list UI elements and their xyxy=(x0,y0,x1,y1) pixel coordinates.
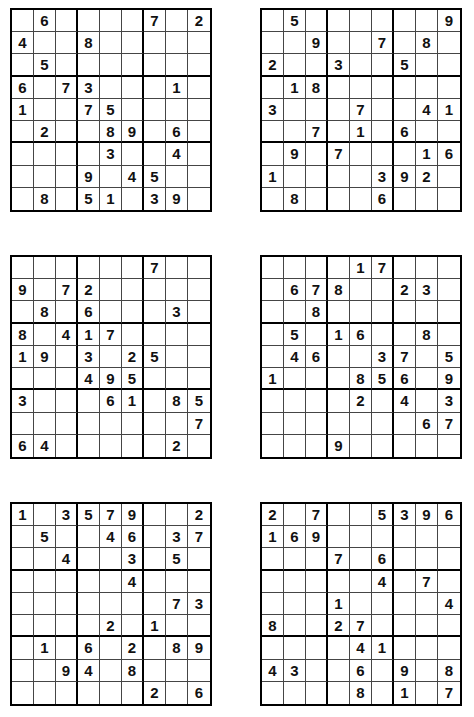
empty-cell-r9c3[interactable] xyxy=(56,435,78,457)
empty-cell-r8c9[interactable] xyxy=(438,166,460,188)
empty-cell-r9c8[interactable] xyxy=(166,682,188,704)
empty-cell-r6c1[interactable] xyxy=(12,615,34,637)
empty-cell-r1c5[interactable] xyxy=(100,10,122,32)
empty-cell-r1c1[interactable] xyxy=(262,257,284,279)
empty-cell-r4c6[interactable] xyxy=(122,324,144,346)
empty-cell-r6c1[interactable] xyxy=(262,121,284,143)
empty-cell-r4c9[interactable] xyxy=(438,571,460,593)
empty-cell-r3c5[interactable] xyxy=(100,301,122,323)
empty-cell-r6c4[interactable] xyxy=(328,121,350,143)
empty-cell-r9c4[interactable] xyxy=(78,682,100,704)
empty-cell-r3c3[interactable] xyxy=(306,548,328,570)
empty-cell-r5c5[interactable] xyxy=(100,593,122,615)
empty-cell-r4c8[interactable] xyxy=(416,77,438,99)
empty-cell-r9c7[interactable] xyxy=(144,435,166,457)
empty-cell-r7c9[interactable] xyxy=(188,143,210,165)
empty-cell-r2c6[interactable] xyxy=(372,279,394,301)
empty-cell-r6c7[interactable] xyxy=(394,615,416,637)
empty-cell-r2c7[interactable] xyxy=(144,526,166,548)
empty-cell-r3c2[interactable] xyxy=(284,54,306,76)
empty-cell-r4c5[interactable] xyxy=(350,77,372,99)
empty-cell-r7c1[interactable] xyxy=(262,143,284,165)
empty-cell-r8c8[interactable] xyxy=(166,413,188,435)
empty-cell-r1c1[interactable] xyxy=(12,257,34,279)
empty-cell-r3c2[interactable] xyxy=(284,301,306,323)
empty-cell-r6c7[interactable] xyxy=(144,368,166,390)
empty-cell-r2c2[interactable] xyxy=(34,32,56,54)
empty-cell-r5c7[interactable] xyxy=(394,593,416,615)
empty-cell-r2c1[interactable] xyxy=(262,32,284,54)
empty-cell-r4c2[interactable] xyxy=(34,571,56,593)
empty-cell-r8c2[interactable] xyxy=(34,166,56,188)
empty-cell-r4c6[interactable] xyxy=(372,77,394,99)
empty-cell-r7c7[interactable] xyxy=(144,637,166,659)
empty-cell-r9c9[interactable] xyxy=(438,188,460,210)
empty-cell-r9c8[interactable] xyxy=(416,682,438,704)
empty-cell-r7c7[interactable] xyxy=(144,143,166,165)
empty-cell-r5c3[interactable] xyxy=(306,99,328,121)
empty-cell-r2c7[interactable] xyxy=(144,32,166,54)
empty-cell-r8c5[interactable] xyxy=(100,660,122,682)
empty-cell-r5c8[interactable] xyxy=(166,346,188,368)
empty-cell-r9c1[interactable] xyxy=(12,682,34,704)
empty-cell-r5c1[interactable] xyxy=(262,346,284,368)
empty-cell-r1c1[interactable] xyxy=(262,10,284,32)
empty-cell-r4c9[interactable] xyxy=(188,571,210,593)
empty-cell-r4c3[interactable] xyxy=(56,571,78,593)
empty-cell-r7c7[interactable] xyxy=(144,390,166,412)
empty-cell-r4c2[interactable] xyxy=(34,324,56,346)
empty-cell-r6c9[interactable] xyxy=(188,368,210,390)
empty-cell-r1c8[interactable] xyxy=(416,257,438,279)
empty-cell-r3c2[interactable] xyxy=(284,548,306,570)
empty-cell-r3c5[interactable] xyxy=(350,548,372,570)
empty-cell-r2c2[interactable] xyxy=(284,32,306,54)
empty-cell-r3c5[interactable] xyxy=(350,301,372,323)
empty-cell-r5c4[interactable] xyxy=(328,346,350,368)
empty-cell-r1c9[interactable] xyxy=(438,257,460,279)
empty-cell-r4c1[interactable] xyxy=(262,324,284,346)
empty-cell-r1c8[interactable] xyxy=(166,10,188,32)
empty-cell-r6c2[interactable] xyxy=(284,368,306,390)
empty-cell-r3c6[interactable] xyxy=(372,301,394,323)
empty-cell-r1c2[interactable] xyxy=(34,257,56,279)
empty-cell-r3c7[interactable] xyxy=(144,548,166,570)
empty-cell-r3c4[interactable] xyxy=(78,548,100,570)
empty-cell-r9c5[interactable] xyxy=(100,682,122,704)
empty-cell-r1c4[interactable] xyxy=(328,504,350,526)
empty-cell-r4c7[interactable] xyxy=(144,571,166,593)
empty-cell-r4c3[interactable] xyxy=(306,324,328,346)
empty-cell-r3c3[interactable] xyxy=(56,54,78,76)
empty-cell-r1c3[interactable] xyxy=(306,257,328,279)
empty-cell-r2c5[interactable] xyxy=(100,279,122,301)
empty-cell-r5c6[interactable] xyxy=(372,593,394,615)
empty-cell-r4c3[interactable] xyxy=(306,571,328,593)
empty-cell-r7c8[interactable] xyxy=(416,637,438,659)
empty-cell-r6c8[interactable] xyxy=(416,615,438,637)
empty-cell-r9c6[interactable] xyxy=(122,188,144,210)
empty-cell-r2c7[interactable] xyxy=(394,32,416,54)
empty-cell-r3c9[interactable] xyxy=(438,54,460,76)
empty-cell-r4c2[interactable] xyxy=(34,77,56,99)
empty-cell-r8c2[interactable] xyxy=(284,413,306,435)
empty-cell-r2c8[interactable] xyxy=(416,526,438,548)
empty-cell-r3c1[interactable] xyxy=(12,548,34,570)
empty-cell-r3c9[interactable] xyxy=(438,301,460,323)
empty-cell-r3c9[interactable] xyxy=(188,301,210,323)
empty-cell-r3c4[interactable] xyxy=(328,301,350,323)
empty-cell-r8c4[interactable] xyxy=(328,166,350,188)
empty-cell-r3c7[interactable] xyxy=(394,301,416,323)
empty-cell-r3c6[interactable] xyxy=(122,301,144,323)
empty-cell-r9c6[interactable] xyxy=(372,435,394,457)
empty-cell-r2c9[interactable] xyxy=(188,279,210,301)
empty-cell-r7c4[interactable] xyxy=(328,637,350,659)
empty-cell-r5c5[interactable] xyxy=(100,346,122,368)
empty-cell-r1c4[interactable] xyxy=(78,10,100,32)
empty-cell-r4c9[interactable] xyxy=(438,324,460,346)
empty-cell-r7c1[interactable] xyxy=(262,637,284,659)
empty-cell-r9c1[interactable] xyxy=(12,188,34,210)
empty-cell-r9c9[interactable] xyxy=(438,435,460,457)
empty-cell-r1c2[interactable] xyxy=(284,504,306,526)
empty-cell-r6c1[interactable] xyxy=(12,121,34,143)
empty-cell-r7c9[interactable] xyxy=(438,637,460,659)
empty-cell-r9c6[interactable] xyxy=(372,682,394,704)
empty-cell-r3c1[interactable] xyxy=(262,301,284,323)
empty-cell-r7c5[interactable] xyxy=(350,143,372,165)
empty-cell-r7c4[interactable] xyxy=(328,390,350,412)
empty-cell-r1c6[interactable] xyxy=(122,10,144,32)
empty-cell-r3c7[interactable] xyxy=(394,548,416,570)
empty-cell-r7c7[interactable] xyxy=(394,143,416,165)
empty-cell-r6c7[interactable] xyxy=(144,121,166,143)
empty-cell-r8c3[interactable] xyxy=(56,413,78,435)
empty-cell-r6c9[interactable] xyxy=(438,121,460,143)
empty-cell-r2c7[interactable] xyxy=(144,279,166,301)
empty-cell-r5c7[interactable] xyxy=(394,99,416,121)
empty-cell-r9c3[interactable] xyxy=(306,435,328,457)
empty-cell-r9c1[interactable] xyxy=(262,682,284,704)
empty-cell-r7c1[interactable] xyxy=(12,637,34,659)
empty-cell-r2c6[interactable] xyxy=(372,526,394,548)
empty-cell-r7c6[interactable] xyxy=(122,143,144,165)
empty-cell-r7c3[interactable] xyxy=(56,637,78,659)
empty-cell-r1c9[interactable] xyxy=(188,257,210,279)
empty-cell-r5c6[interactable] xyxy=(122,593,144,615)
empty-cell-r2c4[interactable] xyxy=(328,32,350,54)
empty-cell-r3c7[interactable] xyxy=(144,54,166,76)
empty-cell-r8c9[interactable] xyxy=(188,166,210,188)
empty-cell-r8c5[interactable] xyxy=(100,413,122,435)
empty-cell-r1c8[interactable] xyxy=(166,257,188,279)
empty-cell-r5c4[interactable] xyxy=(328,99,350,121)
empty-cell-r7c3[interactable] xyxy=(306,143,328,165)
empty-cell-r3c2[interactable] xyxy=(34,548,56,570)
empty-cell-r8c5[interactable] xyxy=(350,166,372,188)
empty-cell-r8c2[interactable] xyxy=(34,660,56,682)
empty-cell-r9c7[interactable] xyxy=(394,435,416,457)
empty-cell-r7c6[interactable] xyxy=(372,390,394,412)
empty-cell-r5c5[interactable] xyxy=(350,346,372,368)
empty-cell-r8c4[interactable] xyxy=(78,413,100,435)
empty-cell-r4c7[interactable] xyxy=(394,77,416,99)
empty-cell-r5c9[interactable] xyxy=(188,99,210,121)
empty-cell-r1c2[interactable] xyxy=(34,504,56,526)
empty-cell-r8c4[interactable] xyxy=(328,660,350,682)
empty-cell-r6c4[interactable] xyxy=(328,368,350,390)
empty-cell-r1c7[interactable] xyxy=(394,257,416,279)
empty-cell-r8c6[interactable] xyxy=(122,413,144,435)
empty-cell-r3c1[interactable] xyxy=(262,548,284,570)
empty-cell-r8c5[interactable] xyxy=(350,413,372,435)
empty-cell-r9c9[interactable] xyxy=(188,188,210,210)
empty-cell-r6c6[interactable] xyxy=(122,615,144,637)
empty-cell-r6c2[interactable] xyxy=(284,121,306,143)
empty-cell-r6c3[interactable] xyxy=(306,615,328,637)
empty-cell-r1c4[interactable] xyxy=(328,257,350,279)
empty-cell-r2c8[interactable] xyxy=(166,32,188,54)
empty-cell-r5c2[interactable] xyxy=(34,99,56,121)
empty-cell-r2c1[interactable] xyxy=(12,526,34,548)
empty-cell-r5c7[interactable] xyxy=(144,593,166,615)
empty-cell-r4c7[interactable] xyxy=(144,324,166,346)
empty-cell-r6c4[interactable] xyxy=(78,121,100,143)
empty-cell-r5c3[interactable] xyxy=(56,346,78,368)
empty-cell-r5c8[interactable] xyxy=(416,346,438,368)
empty-cell-r8c2[interactable] xyxy=(34,413,56,435)
empty-cell-r3c3[interactable] xyxy=(306,54,328,76)
empty-cell-r2c4[interactable] xyxy=(328,526,350,548)
empty-cell-r6c8[interactable] xyxy=(166,368,188,390)
empty-cell-r2c6[interactable] xyxy=(122,32,144,54)
empty-cell-r6c3[interactable] xyxy=(306,368,328,390)
empty-cell-r9c3[interactable] xyxy=(56,682,78,704)
empty-cell-r9c6[interactable] xyxy=(122,435,144,457)
empty-cell-r3c9[interactable] xyxy=(188,54,210,76)
empty-cell-r3c9[interactable] xyxy=(188,548,210,570)
empty-cell-r1c4[interactable] xyxy=(328,10,350,32)
empty-cell-r6c2[interactable] xyxy=(284,615,306,637)
empty-cell-r3c7[interactable] xyxy=(144,301,166,323)
empty-cell-r6c9[interactable] xyxy=(438,615,460,637)
empty-cell-r5c3[interactable] xyxy=(56,593,78,615)
empty-cell-r3c1[interactable] xyxy=(12,301,34,323)
empty-cell-r6c9[interactable] xyxy=(188,121,210,143)
empty-cell-r4c8[interactable] xyxy=(166,571,188,593)
empty-cell-r9c3[interactable] xyxy=(56,188,78,210)
empty-cell-r6c8[interactable] xyxy=(416,121,438,143)
empty-cell-r8c2[interactable] xyxy=(284,166,306,188)
empty-cell-r2c9[interactable] xyxy=(438,279,460,301)
empty-cell-r7c2[interactable] xyxy=(284,390,306,412)
empty-cell-r5c2[interactable] xyxy=(284,593,306,615)
empty-cell-r8c3[interactable] xyxy=(56,166,78,188)
empty-cell-r4c1[interactable] xyxy=(262,571,284,593)
empty-cell-r4c7[interactable] xyxy=(144,77,166,99)
empty-cell-r7c8[interactable] xyxy=(416,390,438,412)
empty-cell-r8c8[interactable] xyxy=(166,660,188,682)
empty-cell-r7c2[interactable] xyxy=(34,143,56,165)
empty-cell-r8c1[interactable] xyxy=(12,660,34,682)
empty-cell-r7c3[interactable] xyxy=(56,390,78,412)
empty-cell-r9c4[interactable] xyxy=(78,435,100,457)
empty-cell-r1c3[interactable] xyxy=(56,10,78,32)
empty-cell-r1c4[interactable] xyxy=(78,257,100,279)
empty-cell-r8c1[interactable] xyxy=(262,413,284,435)
empty-cell-r4c1[interactable] xyxy=(262,77,284,99)
empty-cell-r8c9[interactable] xyxy=(188,660,210,682)
empty-cell-r8c3[interactable] xyxy=(306,660,328,682)
empty-cell-r3c3[interactable] xyxy=(56,301,78,323)
empty-cell-r6c3[interactable] xyxy=(56,368,78,390)
empty-cell-r8c8[interactable] xyxy=(416,660,438,682)
empty-cell-r4c6[interactable] xyxy=(122,77,144,99)
empty-cell-r8c3[interactable] xyxy=(306,166,328,188)
empty-cell-r5c8[interactable] xyxy=(416,593,438,615)
empty-cell-r5c8[interactable] xyxy=(166,99,188,121)
empty-cell-r2c7[interactable] xyxy=(394,526,416,548)
empty-cell-r9c6[interactable] xyxy=(122,682,144,704)
empty-cell-r4c6[interactable] xyxy=(372,324,394,346)
empty-cell-r4c7[interactable] xyxy=(394,324,416,346)
empty-cell-r3c5[interactable] xyxy=(100,548,122,570)
empty-cell-r4c1[interactable] xyxy=(12,571,34,593)
empty-cell-r6c9[interactable] xyxy=(188,615,210,637)
empty-cell-r8c1[interactable] xyxy=(12,166,34,188)
empty-cell-r2c8[interactable] xyxy=(166,279,188,301)
empty-cell-r8c3[interactable] xyxy=(306,413,328,435)
empty-cell-r7c1[interactable] xyxy=(262,390,284,412)
empty-cell-r9c5[interactable] xyxy=(350,435,372,457)
empty-cell-r3c8[interactable] xyxy=(416,54,438,76)
empty-cell-r3c6[interactable] xyxy=(122,54,144,76)
empty-cell-r1c5[interactable] xyxy=(350,504,372,526)
empty-cell-r3c9[interactable] xyxy=(438,548,460,570)
empty-cell-r4c9[interactable] xyxy=(188,324,210,346)
empty-cell-r1c2[interactable] xyxy=(284,257,306,279)
empty-cell-r7c3[interactable] xyxy=(306,637,328,659)
empty-cell-r6c2[interactable] xyxy=(34,368,56,390)
empty-cell-r2c5[interactable] xyxy=(350,32,372,54)
empty-cell-r8c5[interactable] xyxy=(100,166,122,188)
empty-cell-r9c2[interactable] xyxy=(34,682,56,704)
empty-cell-r1c1[interactable] xyxy=(12,10,34,32)
empty-cell-r4c5[interactable] xyxy=(100,77,122,99)
empty-cell-r7c7[interactable] xyxy=(394,637,416,659)
empty-cell-r8c1[interactable] xyxy=(12,413,34,435)
empty-cell-r5c2[interactable] xyxy=(34,593,56,615)
empty-cell-r8c7[interactable] xyxy=(394,413,416,435)
empty-cell-r2c5[interactable] xyxy=(350,526,372,548)
empty-cell-r9c7[interactable] xyxy=(394,188,416,210)
empty-cell-r2c9[interactable] xyxy=(188,32,210,54)
empty-cell-r1c5[interactable] xyxy=(100,257,122,279)
empty-cell-r2c6[interactable] xyxy=(122,279,144,301)
empty-cell-r7c6[interactable] xyxy=(372,143,394,165)
empty-cell-r4c5[interactable] xyxy=(100,571,122,593)
empty-cell-r1c3[interactable] xyxy=(56,257,78,279)
empty-cell-r6c3[interactable] xyxy=(56,615,78,637)
empty-cell-r4c9[interactable] xyxy=(438,77,460,99)
empty-cell-r5c7[interactable] xyxy=(144,99,166,121)
empty-cell-r9c1[interactable] xyxy=(262,188,284,210)
empty-cell-r6c2[interactable] xyxy=(34,615,56,637)
empty-cell-r2c5[interactable] xyxy=(350,279,372,301)
empty-cell-r6c6[interactable] xyxy=(372,615,394,637)
empty-cell-r1c8[interactable] xyxy=(416,10,438,32)
empty-cell-r4c7[interactable] xyxy=(394,571,416,593)
empty-cell-r1c6[interactable] xyxy=(372,10,394,32)
empty-cell-r9c1[interactable] xyxy=(262,435,284,457)
empty-cell-r3c8[interactable] xyxy=(416,301,438,323)
empty-cell-r6c4[interactable] xyxy=(78,615,100,637)
empty-cell-r8c8[interactable] xyxy=(166,166,188,188)
empty-cell-r9c8[interactable] xyxy=(416,435,438,457)
empty-cell-r2c9[interactable] xyxy=(438,526,460,548)
empty-cell-r5c6[interactable] xyxy=(372,99,394,121)
empty-cell-r7c5[interactable] xyxy=(100,637,122,659)
empty-cell-r5c9[interactable] xyxy=(188,346,210,368)
empty-cell-r4c2[interactable] xyxy=(284,571,306,593)
empty-cell-r2c5[interactable] xyxy=(100,32,122,54)
empty-cell-r5c3[interactable] xyxy=(306,593,328,615)
empty-cell-r3c8[interactable] xyxy=(166,54,188,76)
empty-cell-r6c8[interactable] xyxy=(416,368,438,390)
empty-cell-r5c1[interactable] xyxy=(12,593,34,615)
empty-cell-r6c3[interactable] xyxy=(56,121,78,143)
empty-cell-r4c4[interactable] xyxy=(78,571,100,593)
empty-cell-r9c5[interactable] xyxy=(350,188,372,210)
empty-cell-r2c3[interactable] xyxy=(56,526,78,548)
empty-cell-r9c3[interactable] xyxy=(306,682,328,704)
empty-cell-r4c8[interactable] xyxy=(166,324,188,346)
empty-cell-r5c4[interactable] xyxy=(78,593,100,615)
empty-cell-r3c8[interactable] xyxy=(416,548,438,570)
empty-cell-r2c9[interactable] xyxy=(438,32,460,54)
empty-cell-r2c2[interactable] xyxy=(34,279,56,301)
empty-cell-r9c2[interactable] xyxy=(284,682,306,704)
empty-cell-r1c5[interactable] xyxy=(350,10,372,32)
empty-cell-r4c5[interactable] xyxy=(350,571,372,593)
empty-cell-r5c6[interactable] xyxy=(122,99,144,121)
empty-cell-r1c6[interactable] xyxy=(122,257,144,279)
empty-cell-r6c6[interactable] xyxy=(372,121,394,143)
empty-cell-r5c2[interactable] xyxy=(284,99,306,121)
empty-cell-r7c3[interactable] xyxy=(56,143,78,165)
empty-cell-r7c1[interactable] xyxy=(12,143,34,165)
empty-cell-r8c7[interactable] xyxy=(144,660,166,682)
empty-cell-r1c7[interactable] xyxy=(144,504,166,526)
empty-cell-r1c3[interactable] xyxy=(306,10,328,32)
empty-cell-r8c4[interactable] xyxy=(328,413,350,435)
empty-cell-r1c8[interactable] xyxy=(166,504,188,526)
empty-cell-r9c3[interactable] xyxy=(306,188,328,210)
empty-cell-r5c5[interactable] xyxy=(350,593,372,615)
empty-cell-r7c2[interactable] xyxy=(284,637,306,659)
empty-cell-r3c4[interactable] xyxy=(78,54,100,76)
empty-cell-r9c2[interactable] xyxy=(284,435,306,457)
empty-cell-r3c5[interactable] xyxy=(100,54,122,76)
empty-cell-r9c4[interactable] xyxy=(328,188,350,210)
empty-cell-r9c9[interactable] xyxy=(188,435,210,457)
empty-cell-r7c4[interactable] xyxy=(78,390,100,412)
empty-cell-r9c8[interactable] xyxy=(416,188,438,210)
empty-cell-r5c3[interactable] xyxy=(56,99,78,121)
empty-cell-r4c9[interactable] xyxy=(188,77,210,99)
empty-cell-r7c4[interactable] xyxy=(78,143,100,165)
